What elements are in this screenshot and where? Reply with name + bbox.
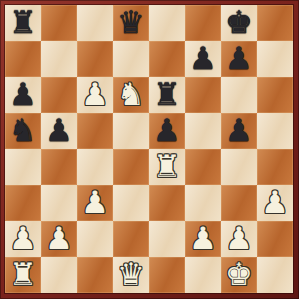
square-g4[interactable] [221, 149, 257, 185]
square-h2[interactable] [257, 221, 293, 257]
square-b4[interactable] [41, 149, 77, 185]
square-g1[interactable]: ♚ [221, 257, 257, 293]
square-g8[interactable]: ♚ [221, 5, 257, 41]
square-e2[interactable] [149, 221, 185, 257]
chess-board: ♜♛♚♟♟♟♟♞♜♞♟♟♟♜♟♟♟♟♟♟♜♛♚ [5, 5, 293, 293]
square-g2[interactable]: ♟ [221, 221, 257, 257]
square-c1[interactable] [77, 257, 113, 293]
square-e5[interactable]: ♟ [149, 113, 185, 149]
square-a6[interactable]: ♟ [5, 77, 41, 113]
piece-white-pawn[interactable]: ♟ [45, 220, 73, 256]
square-a1[interactable]: ♜ [5, 257, 41, 293]
square-a8[interactable]: ♜ [5, 5, 41, 41]
square-f8[interactable] [185, 5, 221, 41]
square-d6[interactable]: ♞ [113, 77, 149, 113]
piece-black-rook[interactable]: ♜ [9, 4, 37, 40]
square-b8[interactable] [41, 5, 77, 41]
square-h4[interactable] [257, 149, 293, 185]
piece-black-king[interactable]: ♚ [225, 4, 253, 40]
square-a5[interactable]: ♞ [5, 113, 41, 149]
square-d8[interactable]: ♛ [113, 5, 149, 41]
piece-black-pawn[interactable]: ♟ [45, 112, 73, 148]
piece-white-pawn[interactable]: ♟ [261, 184, 289, 220]
square-h7[interactable] [257, 41, 293, 77]
square-f6[interactable] [185, 77, 221, 113]
square-b3[interactable] [41, 185, 77, 221]
square-d3[interactable] [113, 185, 149, 221]
square-g6[interactable] [221, 77, 257, 113]
square-c6[interactable]: ♟ [77, 77, 113, 113]
square-a2[interactable]: ♟ [5, 221, 41, 257]
square-g3[interactable] [221, 185, 257, 221]
piece-white-king[interactable]: ♚ [225, 256, 253, 292]
piece-black-pawn[interactable]: ♟ [225, 40, 253, 76]
square-a4[interactable] [5, 149, 41, 185]
piece-black-pawn[interactable]: ♟ [153, 112, 181, 148]
square-b2[interactable]: ♟ [41, 221, 77, 257]
piece-white-pawn[interactable]: ♟ [81, 76, 109, 112]
piece-white-rook[interactable]: ♜ [153, 148, 181, 184]
square-c8[interactable] [77, 5, 113, 41]
piece-black-rook[interactable]: ♜ [153, 76, 181, 112]
square-d7[interactable] [113, 41, 149, 77]
piece-black-pawn[interactable]: ♟ [9, 76, 37, 112]
square-h1[interactable] [257, 257, 293, 293]
chess-board-frame: ♜♛♚♟♟♟♟♞♜♞♟♟♟♜♟♟♟♟♟♟♜♛♚ [0, 0, 299, 299]
square-e3[interactable] [149, 185, 185, 221]
square-g7[interactable]: ♟ [221, 41, 257, 77]
square-e6[interactable]: ♜ [149, 77, 185, 113]
piece-white-pawn[interactable]: ♟ [225, 220, 253, 256]
square-b5[interactable]: ♟ [41, 113, 77, 149]
square-h8[interactable] [257, 5, 293, 41]
square-c3[interactable]: ♟ [77, 185, 113, 221]
square-e7[interactable] [149, 41, 185, 77]
square-d1[interactable]: ♛ [113, 257, 149, 293]
square-h5[interactable] [257, 113, 293, 149]
square-a3[interactable] [5, 185, 41, 221]
square-c7[interactable] [77, 41, 113, 77]
square-b6[interactable] [41, 77, 77, 113]
square-d2[interactable] [113, 221, 149, 257]
square-f4[interactable] [185, 149, 221, 185]
square-e1[interactable] [149, 257, 185, 293]
piece-white-pawn[interactable]: ♟ [81, 184, 109, 220]
square-f2[interactable]: ♟ [185, 221, 221, 257]
square-c5[interactable] [77, 113, 113, 149]
square-a7[interactable] [5, 41, 41, 77]
square-d5[interactable] [113, 113, 149, 149]
square-f7[interactable]: ♟ [185, 41, 221, 77]
square-e4[interactable]: ♜ [149, 149, 185, 185]
piece-black-queen[interactable]: ♛ [117, 4, 145, 40]
square-b7[interactable] [41, 41, 77, 77]
square-c4[interactable] [77, 149, 113, 185]
piece-white-knight[interactable]: ♞ [117, 76, 145, 112]
square-c2[interactable] [77, 221, 113, 257]
piece-white-rook[interactable]: ♜ [9, 256, 37, 292]
piece-white-pawn[interactable]: ♟ [189, 220, 217, 256]
square-f1[interactable] [185, 257, 221, 293]
square-g5[interactable]: ♟ [221, 113, 257, 149]
piece-white-queen[interactable]: ♛ [117, 256, 145, 292]
piece-black-knight[interactable]: ♞ [9, 112, 37, 148]
piece-black-pawn[interactable]: ♟ [225, 112, 253, 148]
square-f3[interactable] [185, 185, 221, 221]
piece-black-pawn[interactable]: ♟ [189, 40, 217, 76]
square-d4[interactable] [113, 149, 149, 185]
square-f5[interactable] [185, 113, 221, 149]
square-h3[interactable]: ♟ [257, 185, 293, 221]
square-h6[interactable] [257, 77, 293, 113]
square-b1[interactable] [41, 257, 77, 293]
piece-white-pawn[interactable]: ♟ [9, 220, 37, 256]
square-e8[interactable] [149, 5, 185, 41]
